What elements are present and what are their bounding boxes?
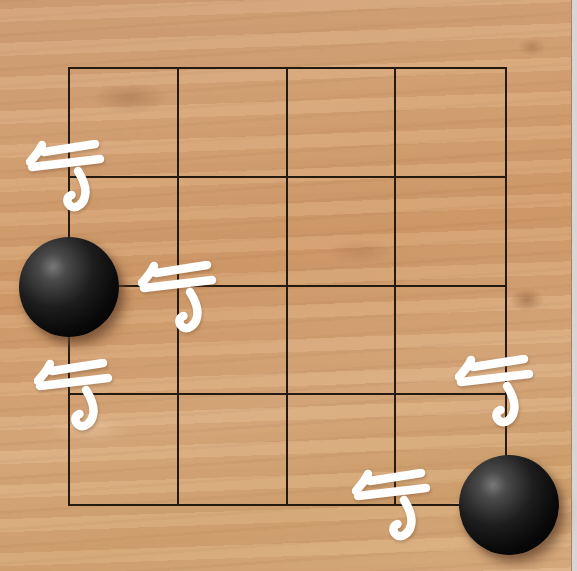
board-cell[interactable]: [288, 287, 397, 396]
liberty-marker: [26, 140, 106, 214]
liberty-marker: [352, 469, 432, 543]
qi-character-icon: [356, 473, 426, 536]
liberty-marker: [34, 359, 114, 433]
board-cell[interactable]: [179, 69, 288, 178]
screenshot-root: [0, 0, 577, 571]
board-cell[interactable]: [288, 178, 397, 287]
black-stone[interactable]: [19, 237, 119, 337]
qi-character-icon: [38, 363, 108, 426]
board-cell[interactable]: [396, 69, 505, 178]
liberty-marker: [138, 261, 218, 335]
board-cell[interactable]: [179, 395, 288, 504]
qi-character-icon: [30, 144, 100, 207]
board-cell[interactable]: [396, 178, 505, 287]
qi-character-icon: [459, 359, 529, 422]
liberty-marker: [455, 355, 535, 429]
go-board: [0, 0, 572, 571]
board-cell[interactable]: [288, 69, 397, 178]
board-grid: [68, 67, 507, 506]
qi-character-icon: [142, 265, 212, 328]
page-background: [572, 0, 577, 571]
black-stone[interactable]: [459, 455, 559, 555]
